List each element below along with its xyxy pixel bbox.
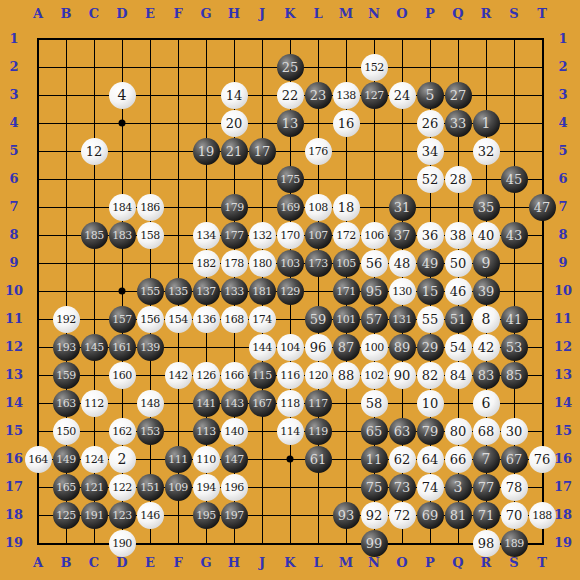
stone-S11[interactable]: 41 [501,306,528,333]
stone-move-number: 6 [482,396,491,410]
stone-E15[interactable]: 153 [137,418,164,445]
stone-H7[interactable]: 179 [221,194,248,221]
stone-L9[interactable]: 173 [305,250,332,277]
stone-S13[interactable]: 85 [501,362,528,389]
stone-Q15[interactable]: 80 [445,418,472,445]
stone-R19[interactable]: 98 [473,530,500,557]
stone-H11[interactable]: 168 [221,306,248,333]
stone-move-number: 164 [28,454,48,465]
stone-J9[interactable]: 180 [249,250,276,277]
stone-P17[interactable]: 74 [417,474,444,501]
stone-C14[interactable]: 112 [81,390,108,417]
stone-move-number: 178 [224,258,244,269]
stone-L15[interactable]: 119 [305,418,332,445]
stone-move-number: 157 [112,314,132,325]
stone-move-number: 30 [506,425,523,438]
stone-move-number: 110 [196,454,216,465]
stone-K7[interactable]: 169 [277,194,304,221]
stone-G10[interactable]: 137 [193,278,220,305]
stone-C17[interactable]: 121 [81,474,108,501]
stone-move-number: 166 [224,370,244,381]
stone-N8[interactable]: 106 [361,222,388,249]
stone-M7[interactable]: 18 [333,194,360,221]
stone-A16[interactable]: 164 [25,446,52,473]
stone-S12[interactable]: 53 [501,334,528,361]
stone-move-number: 98 [478,537,495,550]
stone-J8[interactable]: 132 [249,222,276,249]
stone-G9[interactable]: 182 [193,250,220,277]
stone-B17[interactable]: 165 [53,474,80,501]
stone-move-number: 107 [308,230,328,241]
stone-G18[interactable]: 195 [193,502,220,529]
stone-move-number: 170 [280,230,300,241]
stone-O13[interactable]: 90 [389,362,416,389]
stone-P15[interactable]: 79 [417,418,444,445]
stone-C18[interactable]: 191 [81,502,108,529]
stone-move-number: 25 [282,61,299,74]
stone-move-number: 81 [450,509,467,522]
stone-move-number: 173 [308,258,328,269]
stone-move-number: 10 [422,397,439,410]
stone-P9[interactable]: 49 [417,250,444,277]
stone-K6[interactable]: 175 [277,166,304,193]
stone-L14[interactable]: 117 [305,390,332,417]
stone-N12[interactable]: 100 [361,334,388,361]
stone-move-number: 28 [450,173,467,186]
stone-move-number: 9 [482,256,491,270]
stone-Q18[interactable]: 81 [445,502,472,529]
stone-R13[interactable]: 83 [473,362,500,389]
stone-move-number: 23 [310,89,327,102]
stone-T16[interactable]: 76 [529,446,556,473]
stone-D7[interactable]: 184 [109,194,136,221]
stone-R7[interactable]: 35 [473,194,500,221]
stone-C8[interactable]: 185 [81,222,108,249]
stone-B12[interactable]: 193 [53,334,80,361]
stone-D17[interactable]: 122 [109,474,136,501]
stone-N15[interactable]: 65 [361,418,388,445]
stone-K9[interactable]: 103 [277,250,304,277]
stone-move-number: 141 [196,398,216,409]
stone-move-number: 8 [482,312,491,326]
stone-P10[interactable]: 15 [417,278,444,305]
col-label-T: T [528,3,556,25]
stone-H8[interactable]: 177 [221,222,248,249]
stone-O8[interactable]: 37 [389,222,416,249]
stone-move-number: 41 [506,313,523,326]
stone-S18[interactable]: 70 [501,502,528,529]
stone-R11[interactable]: 8 [473,306,500,333]
stone-move-number: 155 [140,286,160,297]
stone-M8[interactable]: 172 [333,222,360,249]
stone-move-number: 191 [84,510,104,521]
stone-move-number: 131 [392,314,412,325]
stone-move-number: 80 [450,425,467,438]
stone-O12[interactable]: 89 [389,334,416,361]
stone-M9[interactable]: 105 [333,250,360,277]
stone-S15[interactable]: 30 [501,418,528,445]
stone-N10[interactable]: 95 [361,278,388,305]
stone-E17[interactable]: 151 [137,474,164,501]
stone-R15[interactable]: 68 [473,418,500,445]
stone-move-number: 123 [112,510,132,521]
stone-R4[interactable]: 1 [473,110,500,137]
stone-K12[interactable]: 104 [277,334,304,361]
stone-move-number: 192 [56,314,76,325]
stone-move-number: 52 [422,173,439,186]
stone-E11[interactable]: 156 [137,306,164,333]
stone-G13[interactable]: 126 [193,362,220,389]
stone-move-number: 153 [140,426,160,437]
stone-D15[interactable]: 162 [109,418,136,445]
stone-G8[interactable]: 134 [193,222,220,249]
stone-R17[interactable]: 77 [473,474,500,501]
stone-N13[interactable]: 102 [361,362,388,389]
stone-R12[interactable]: 42 [473,334,500,361]
stone-K3[interactable]: 22 [277,82,304,109]
stone-E12[interactable]: 139 [137,334,164,361]
stone-N9[interactable]: 56 [361,250,388,277]
stone-K13[interactable]: 116 [277,362,304,389]
stone-move-number: 37 [394,229,411,242]
stone-Q9[interactable]: 50 [445,250,472,277]
stone-T7[interactable]: 47 [529,194,556,221]
stone-P11[interactable]: 55 [417,306,444,333]
stone-move-number: 76 [534,453,551,466]
stone-move-number: 118 [280,398,300,409]
stone-P16[interactable]: 64 [417,446,444,473]
stone-R8[interactable]: 40 [473,222,500,249]
stone-H4[interactable]: 20 [221,110,248,137]
stone-move-number: 188 [532,510,552,521]
stone-B11[interactable]: 192 [53,306,80,333]
stone-O18[interactable]: 72 [389,502,416,529]
stone-move-number: 43 [506,229,523,242]
stone-move-number: 40 [478,229,495,242]
stone-move-number: 73 [394,481,411,494]
stone-K15[interactable]: 114 [277,418,304,445]
stone-K14[interactable]: 118 [277,390,304,417]
stone-M12[interactable]: 87 [333,334,360,361]
stone-R10[interactable]: 39 [473,278,500,305]
stone-R18[interactable]: 71 [473,502,500,529]
col-label-A: A [24,3,52,25]
stone-B16[interactable]: 149 [53,446,80,473]
stone-B18[interactable]: 125 [53,502,80,529]
stone-move-number: 38 [450,229,467,242]
stone-O3[interactable]: 24 [389,82,416,109]
stone-G16[interactable]: 110 [193,446,220,473]
board-intersections[interactable]: 2515241422231381272452720131626331121921… [24,25,556,557]
stone-S16[interactable]: 67 [501,446,528,473]
stone-M11[interactable]: 101 [333,306,360,333]
stone-move-number: 14 [226,89,243,102]
stone-move-number: 55 [422,313,439,326]
stone-H18[interactable]: 197 [221,502,248,529]
stone-move-number: 154 [168,314,188,325]
stone-J11[interactable]: 174 [249,306,276,333]
stone-P5[interactable]: 34 [417,138,444,165]
stone-N2[interactable]: 152 [361,54,388,81]
stone-G14[interactable]: 141 [193,390,220,417]
stone-R9[interactable]: 9 [473,250,500,277]
stone-move-number: 195 [196,510,216,521]
stone-move-number: 106 [364,230,384,241]
col-label-E: E [136,3,164,25]
stone-move-number: 163 [56,398,76,409]
stone-M13[interactable]: 88 [333,362,360,389]
stone-N11[interactable]: 57 [361,306,388,333]
stone-move-number: 182 [196,258,216,269]
stone-Q13[interactable]: 84 [445,362,472,389]
stone-N3[interactable]: 127 [361,82,388,109]
stone-D3[interactable]: 4 [109,82,136,109]
stone-S6[interactable]: 45 [501,166,528,193]
stone-move-number: 152 [364,62,384,73]
stone-R16[interactable]: 7 [473,446,500,473]
stone-M4[interactable]: 16 [333,110,360,137]
stone-move-number: 196 [224,482,244,493]
stone-D11[interactable]: 157 [109,306,136,333]
stone-E18[interactable]: 146 [137,502,164,529]
stone-M10[interactable]: 171 [333,278,360,305]
stone-move-number: 2 [118,452,127,466]
stone-O11[interactable]: 131 [389,306,416,333]
stone-move-number: 7 [482,452,491,466]
stone-L11[interactable]: 59 [305,306,332,333]
stone-D16[interactable]: 2 [109,446,136,473]
stone-L12[interactable]: 96 [305,334,332,361]
stone-move-number: 56 [366,257,383,270]
stone-P4[interactable]: 26 [417,110,444,137]
stone-H14[interactable]: 143 [221,390,248,417]
stone-E8[interactable]: 158 [137,222,164,249]
stone-move-number: 162 [112,426,132,437]
stone-M3[interactable]: 138 [333,82,360,109]
stone-move-number: 165 [56,482,76,493]
stone-H15[interactable]: 140 [221,418,248,445]
stone-Q10[interactable]: 46 [445,278,472,305]
stone-move-number: 190 [112,538,132,549]
stone-H13[interactable]: 166 [221,362,248,389]
stone-O15[interactable]: 63 [389,418,416,445]
stone-move-number: 82 [422,369,439,382]
stone-move-number: 174 [252,314,272,325]
stone-F11[interactable]: 154 [165,306,192,333]
stone-B14[interactable]: 163 [53,390,80,417]
stone-move-number: 121 [84,482,104,493]
stone-move-number: 90 [394,369,411,382]
stone-move-number: 95 [366,285,383,298]
stone-move-number: 146 [140,510,160,521]
stone-J12[interactable]: 144 [249,334,276,361]
column-labels-top: ABCDEFGHJKLMNOPQRST [24,3,556,25]
stone-move-number: 74 [422,481,439,494]
stone-J14[interactable]: 167 [249,390,276,417]
stone-move-number: 171 [336,286,356,297]
stone-S19[interactable]: 189 [501,530,528,557]
stone-L13[interactable]: 120 [305,362,332,389]
stone-move-number: 186 [140,202,160,213]
stone-move-number: 143 [224,398,244,409]
stone-move-number: 159 [56,370,76,381]
stone-K2[interactable]: 25 [277,54,304,81]
stone-L5[interactable]: 176 [305,138,332,165]
stone-move-number: 51 [450,313,467,326]
stone-move-number: 105 [336,258,356,269]
stone-P12[interactable]: 29 [417,334,444,361]
stone-O17[interactable]: 73 [389,474,416,501]
stone-move-number: 77 [478,481,495,494]
stone-move-number: 42 [478,341,495,354]
stone-B15[interactable]: 150 [53,418,80,445]
stone-P18[interactable]: 69 [417,502,444,529]
stone-Q6[interactable]: 28 [445,166,472,193]
stone-Q11[interactable]: 51 [445,306,472,333]
stone-move-number: 100 [364,342,384,353]
stone-L7[interactable]: 108 [305,194,332,221]
stone-C12[interactable]: 145 [81,334,108,361]
stone-D18[interactable]: 123 [109,502,136,529]
stone-move-number: 133 [224,286,244,297]
col-label-N: N [360,3,388,25]
stone-P3[interactable]: 5 [417,82,444,109]
stone-L16[interactable]: 61 [305,446,332,473]
stone-M18[interactable]: 93 [333,502,360,529]
stone-move-number: 160 [112,370,132,381]
stone-move-number: 19 [198,145,215,158]
stone-S17[interactable]: 78 [501,474,528,501]
stone-move-number: 167 [252,398,272,409]
stone-move-number: 88 [338,369,355,382]
stone-N18[interactable]: 92 [361,502,388,529]
stone-move-number: 75 [366,481,383,494]
stone-D19[interactable]: 190 [109,530,136,557]
stone-P8[interactable]: 36 [417,222,444,249]
stone-move-number: 184 [112,202,132,213]
stone-F16[interactable]: 111 [165,446,192,473]
stone-move-number: 62 [394,453,411,466]
stone-J5[interactable]: 17 [249,138,276,165]
stone-G5[interactable]: 19 [193,138,220,165]
stone-O10[interactable]: 130 [389,278,416,305]
stone-O9[interactable]: 48 [389,250,416,277]
stone-move-number: 70 [506,509,523,522]
stone-move-number: 54 [450,341,467,354]
stone-move-number: 18 [338,201,355,214]
stone-J13[interactable]: 115 [249,362,276,389]
stone-move-number: 67 [506,453,523,466]
stone-E7[interactable]: 186 [137,194,164,221]
stone-F17[interactable]: 109 [165,474,192,501]
col-label-D: D [108,3,136,25]
stone-K10[interactable]: 129 [277,278,304,305]
stone-Q12[interactable]: 54 [445,334,472,361]
stone-move-number: 45 [506,173,523,186]
stone-O7[interactable]: 31 [389,194,416,221]
stone-P6[interactable]: 52 [417,166,444,193]
stone-G11[interactable]: 136 [193,306,220,333]
stone-move-number: 13 [282,117,299,130]
stone-move-number: 149 [56,454,76,465]
stone-N17[interactable]: 75 [361,474,388,501]
stone-move-number: 134 [196,230,216,241]
stone-N14[interactable]: 58 [361,390,388,417]
stone-Q16[interactable]: 66 [445,446,472,473]
stone-R14[interactable]: 6 [473,390,500,417]
stone-move-number: 109 [168,482,188,493]
stone-move-number: 64 [422,453,439,466]
stone-E14[interactable]: 148 [137,390,164,417]
stone-O16[interactable]: 62 [389,446,416,473]
stone-R5[interactable]: 32 [473,138,500,165]
stone-move-number: 96 [310,341,327,354]
stone-H10[interactable]: 133 [221,278,248,305]
stone-H17[interactable]: 196 [221,474,248,501]
stone-move-number: 69 [422,509,439,522]
stone-Q3[interactable]: 27 [445,82,472,109]
stone-move-number: 26 [422,117,439,130]
stone-H5[interactable]: 21 [221,138,248,165]
stone-move-number: 181 [252,286,272,297]
stone-move-number: 151 [140,482,160,493]
stone-move-number: 79 [422,425,439,438]
stone-C5[interactable]: 12 [81,138,108,165]
stone-C16[interactable]: 124 [81,446,108,473]
stone-move-number: 180 [252,258,272,269]
stone-move-number: 126 [196,370,216,381]
stone-move-number: 111 [168,454,188,465]
stone-L8[interactable]: 107 [305,222,332,249]
stone-Q17[interactable]: 3 [445,474,472,501]
stone-P13[interactable]: 82 [417,362,444,389]
stone-move-number: 113 [196,426,216,437]
col-label-H: H [220,3,248,25]
stone-move-number: 57 [366,313,383,326]
stone-K4[interactable]: 13 [277,110,304,137]
stone-D12[interactable]: 161 [109,334,136,361]
stone-G15[interactable]: 113 [193,418,220,445]
stone-move-number: 63 [394,425,411,438]
stone-F13[interactable]: 142 [165,362,192,389]
stone-H9[interactable]: 178 [221,250,248,277]
stone-N16[interactable]: 11 [361,446,388,473]
stone-H3[interactable]: 14 [221,82,248,109]
stone-G17[interactable]: 194 [193,474,220,501]
stone-F10[interactable]: 135 [165,278,192,305]
stone-Q4[interactable]: 33 [445,110,472,137]
stone-move-number: 177 [224,230,244,241]
stone-move-number: 137 [196,286,216,297]
stone-B13[interactable]: 159 [53,362,80,389]
stone-E10[interactable]: 155 [137,278,164,305]
stone-T18[interactable]: 188 [529,502,556,529]
stone-P14[interactable]: 10 [417,390,444,417]
stone-Q8[interactable]: 38 [445,222,472,249]
stone-move-number: 21 [226,145,243,158]
stone-D13[interactable]: 160 [109,362,136,389]
stone-S8[interactable]: 43 [501,222,528,249]
stone-move-number: 150 [56,426,76,437]
stone-D8[interactable]: 183 [109,222,136,249]
stone-K8[interactable]: 170 [277,222,304,249]
stone-move-number: 92 [366,509,383,522]
stone-J10[interactable]: 181 [249,278,276,305]
stone-L3[interactable]: 23 [305,82,332,109]
stone-H16[interactable]: 147 [221,446,248,473]
stone-move-number: 71 [478,509,495,522]
stone-N19[interactable]: 99 [361,530,388,557]
